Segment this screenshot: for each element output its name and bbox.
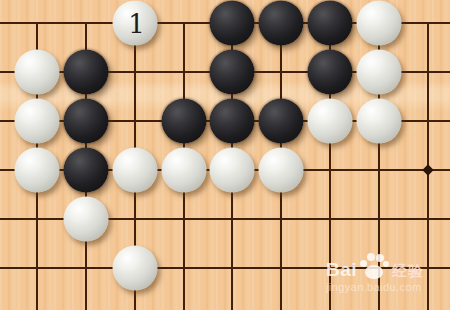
- black-stone: [162, 99, 207, 144]
- white-stone: 1: [113, 1, 158, 46]
- watermark-url-text: jingyan.baidu.com: [326, 281, 444, 293]
- white-stone: [210, 148, 255, 193]
- black-stone: [259, 99, 304, 144]
- black-stone: [64, 99, 109, 144]
- black-stone: [64, 50, 109, 95]
- black-stone: [210, 50, 255, 95]
- white-stone: [64, 197, 109, 242]
- black-stone: [210, 99, 255, 144]
- black-stone: [308, 1, 353, 46]
- black-stone: [259, 1, 304, 46]
- white-stone: [113, 246, 158, 291]
- black-stone: [210, 1, 255, 46]
- move-number-label: 1: [113, 1, 158, 46]
- baidu-jingyan-chinese-text: 经验: [392, 263, 424, 280]
- black-stone: [308, 50, 353, 95]
- white-stone: [15, 148, 60, 193]
- baidu-paw-icon: [360, 253, 389, 281]
- white-stone: [357, 50, 402, 95]
- white-stone: [162, 148, 207, 193]
- white-stone: [308, 99, 353, 144]
- white-stone: [259, 148, 304, 193]
- white-stone: [357, 99, 402, 144]
- baidu-logo-latin-text: Bai: [326, 260, 357, 279]
- baidu-logo-row: Bai 经验: [326, 253, 444, 279]
- baidu-jingyan-watermark: Bai 经验 jingyan.baidu.com: [326, 253, 444, 293]
- white-stone: [113, 148, 158, 193]
- white-stone: [357, 1, 402, 46]
- white-stone: [15, 50, 60, 95]
- white-stone: [15, 99, 60, 144]
- go-diagram-screenshot: 1 Bai 经验 jingyan.baidu.com: [0, 0, 450, 310]
- black-stone: [64, 148, 109, 193]
